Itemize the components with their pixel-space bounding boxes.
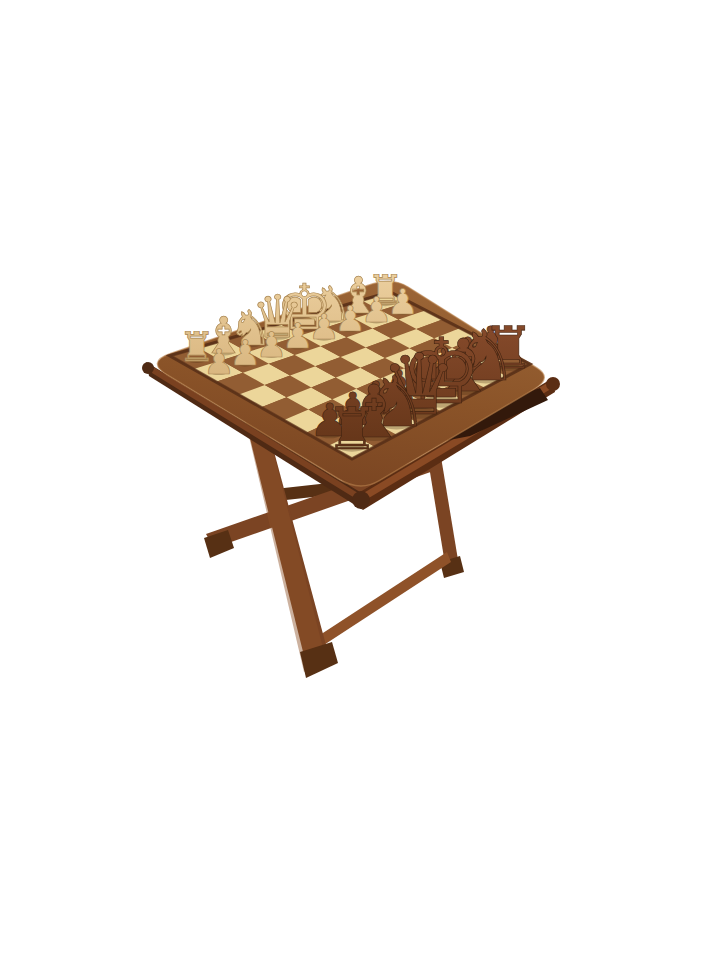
stretcher-bar bbox=[303, 552, 451, 656]
piece-light-pawn: ♟ bbox=[203, 341, 235, 382]
chess-table-svg: ♜♝♟♞♟♚♟♛♟♞♟♝♟♟♜♟♜♟♟♞♟♝♟♚♟♟♛♟♞♟♝♜ bbox=[0, 0, 704, 960]
piece-dark-rook: ♜ bbox=[326, 395, 378, 463]
table-edge-corner-near bbox=[352, 491, 370, 509]
rear-right-leg bbox=[428, 457, 459, 570]
table-edge-corner-right bbox=[546, 377, 560, 391]
table-edge-corner-left bbox=[142, 362, 154, 374]
product-photo: ♜♝♟♞♟♚♟♛♟♞♟♝♟♟♜♟♜♟♟♞♟♝♟♚♟♟♛♟♞♟♝♜ bbox=[0, 0, 704, 960]
